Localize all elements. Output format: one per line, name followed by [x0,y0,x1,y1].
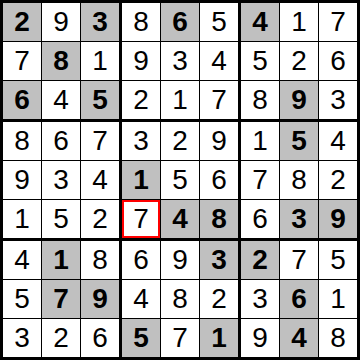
cell-r7c9[interactable]: 5 [319,241,357,280]
cell-r7c8[interactable]: 7 [280,241,319,280]
cell-r3c5[interactable]: 1 [161,81,200,122]
cell-r6c8: 3 [280,200,319,241]
cell-r8c6[interactable]: 2 [200,280,241,319]
cell-r5c5[interactable]: 5 [161,161,200,200]
cell-r5c6[interactable]: 6 [200,161,241,200]
cell-r4c2[interactable]: 6 [42,122,81,161]
cell-r3c7[interactable]: 8 [241,81,280,122]
cell-r8c8: 6 [280,280,319,319]
cell-r7c3[interactable]: 8 [81,241,122,280]
cell-r2c7[interactable]: 5 [241,42,280,81]
cell-r8c4[interactable]: 4 [122,280,161,319]
cell-r1c7: 4 [241,3,280,42]
cell-r8c9[interactable]: 1 [319,280,357,319]
cell-r4c8: 5 [280,122,319,161]
cell-r6c4[interactable]: 7 [122,200,161,241]
cell-r2c1[interactable]: 7 [3,42,42,81]
cell-r4c7[interactable]: 1 [241,122,280,161]
cell-r3c4[interactable]: 2 [122,81,161,122]
cell-r1c3: 3 [81,3,122,42]
cell-r6c7[interactable]: 6 [241,200,280,241]
cell-r5c3[interactable]: 4 [81,161,122,200]
cell-r9c9[interactable]: 8 [319,319,357,357]
cell-r5c1[interactable]: 9 [3,161,42,200]
cell-r3c8: 9 [280,81,319,122]
cell-r6c2[interactable]: 5 [42,200,81,241]
cell-r7c7: 2 [241,241,280,280]
cell-r5c9[interactable]: 2 [319,161,357,200]
cell-r2c6[interactable]: 4 [200,42,241,81]
cell-r4c6[interactable]: 9 [200,122,241,161]
cell-r6c1[interactable]: 1 [3,200,42,241]
cell-r9c1[interactable]: 3 [3,319,42,357]
cell-r8c7[interactable]: 3 [241,280,280,319]
cell-r1c6[interactable]: 5 [200,3,241,42]
cell-r7c4[interactable]: 6 [122,241,161,280]
cell-r4c1[interactable]: 8 [3,122,42,161]
cell-r8c1[interactable]: 5 [3,280,42,319]
cell-r7c2: 1 [42,241,81,280]
cell-r6c6: 8 [200,200,241,241]
cell-r9c5[interactable]: 7 [161,319,200,357]
cell-r6c9: 9 [319,200,357,241]
cell-r7c6: 3 [200,241,241,280]
cell-r1c1: 2 [3,3,42,42]
cell-r1c8[interactable]: 1 [280,3,319,42]
cell-r9c4: 5 [122,319,161,357]
cell-r9c7[interactable]: 9 [241,319,280,357]
cell-r6c5: 4 [161,200,200,241]
cell-r1c5: 6 [161,3,200,42]
cell-r2c3[interactable]: 1 [81,42,122,81]
cell-r2c8[interactable]: 2 [280,42,319,81]
cell-r3c1: 6 [3,81,42,122]
cell-r3c6[interactable]: 7 [200,81,241,122]
cell-r5c7[interactable]: 7 [241,161,280,200]
cell-r9c8: 4 [280,319,319,357]
cell-r2c5[interactable]: 3 [161,42,200,81]
cell-r5c4: 1 [122,161,161,200]
cell-r4c9[interactable]: 4 [319,122,357,161]
cell-r8c3: 9 [81,280,122,319]
cell-r2c9[interactable]: 6 [319,42,357,81]
cell-r8c5[interactable]: 8 [161,280,200,319]
cell-r3c3: 5 [81,81,122,122]
cell-r9c2[interactable]: 2 [42,319,81,357]
cell-r2c2: 8 [42,42,81,81]
cell-r7c1[interactable]: 4 [3,241,42,280]
cell-r7c5[interactable]: 9 [161,241,200,280]
cell-r5c8[interactable]: 8 [280,161,319,200]
cell-r3c2[interactable]: 4 [42,81,81,122]
cell-r4c4[interactable]: 3 [122,122,161,161]
cell-r5c2[interactable]: 3 [42,161,81,200]
cell-r6c3[interactable]: 2 [81,200,122,241]
cell-r8c2: 7 [42,280,81,319]
cell-r9c6: 1 [200,319,241,357]
cell-r2c4[interactable]: 9 [122,42,161,81]
sudoku-board: 2938654177819345266452178938673291549341… [0,0,360,360]
cell-r4c5[interactable]: 2 [161,122,200,161]
cell-r1c2[interactable]: 9 [42,3,81,42]
cell-r4c3[interactable]: 7 [81,122,122,161]
cell-r3c9[interactable]: 3 [319,81,357,122]
cell-r1c4[interactable]: 8 [122,3,161,42]
cell-r9c3[interactable]: 6 [81,319,122,357]
cell-r1c9[interactable]: 7 [319,3,357,42]
